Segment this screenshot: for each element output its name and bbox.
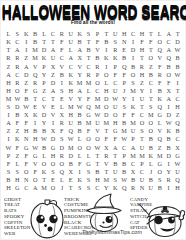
- grid-cell[interactable]: U: [111, 103, 120, 111]
- grid-cell[interactable]: F: [84, 95, 93, 103]
- grid-cell[interactable]: O: [75, 143, 84, 151]
- grid-cell[interactable]: W: [173, 160, 182, 168]
- grid-cell[interactable]: H: [13, 176, 22, 184]
- grid-cell[interactable]: U: [173, 168, 182, 176]
- grid-cell[interactable]: S: [13, 30, 22, 38]
- grid-cell[interactable]: V: [57, 62, 66, 70]
- grid-cell[interactable]: T: [40, 38, 49, 46]
- grid-cell[interactable]: D: [173, 38, 182, 46]
- grid-cell[interactable]: K: [4, 38, 13, 46]
- grid-cell[interactable]: O: [13, 87, 22, 95]
- grid-cell[interactable]: B: [31, 38, 40, 46]
- grid-cell[interactable]: B: [120, 54, 129, 62]
- grid-cell[interactable]: B: [93, 54, 102, 62]
- grid-cell[interactable]: H: [173, 103, 182, 111]
- grid-cell[interactable]: D: [164, 152, 173, 160]
- grid-cell[interactable]: O: [164, 71, 173, 79]
- grid-cell[interactable]: R: [155, 71, 164, 79]
- grid-cell[interactable]: F: [13, 143, 22, 151]
- grid-cell[interactable]: P: [93, 71, 102, 79]
- grid-cell[interactable]: E: [57, 95, 66, 103]
- grid-cell[interactable]: K: [111, 54, 120, 62]
- grid-cell[interactable]: X: [173, 143, 182, 151]
- grid-cell[interactable]: Y: [164, 168, 173, 176]
- grid-cell[interactable]: F: [31, 168, 40, 176]
- grid-cell[interactable]: T: [137, 135, 146, 143]
- grid-cell[interactable]: H: [120, 30, 129, 38]
- grid-cell[interactable]: V: [31, 62, 40, 70]
- grid-cell[interactable]: M: [137, 152, 146, 160]
- grid-cell[interactable]: K: [102, 54, 111, 62]
- grid-cell[interactable]: L: [84, 152, 93, 160]
- grid-cell[interactable]: E: [48, 176, 57, 184]
- grid-cell[interactable]: R: [31, 79, 40, 87]
- grid-cell[interactable]: C: [137, 168, 146, 176]
- grid-cell[interactable]: B: [93, 168, 102, 176]
- grid-cell[interactable]: G: [84, 160, 93, 168]
- grid-cell[interactable]: Q: [155, 103, 164, 111]
- grid-cell[interactable]: O: [22, 168, 31, 176]
- grid-cell[interactable]: F: [84, 127, 93, 135]
- grid-cell[interactable]: D: [48, 79, 57, 87]
- grid-cell[interactable]: M: [93, 103, 102, 111]
- grid-cell[interactable]: A: [4, 119, 13, 127]
- grid-cell[interactable]: B: [75, 119, 84, 127]
- grid-cell[interactable]: X: [22, 111, 31, 119]
- grid-cell[interactable]: H: [22, 127, 31, 135]
- grid-cell[interactable]: C: [146, 79, 155, 87]
- grid-cell[interactable]: S: [75, 184, 84, 192]
- grid-cell[interactable]: M: [146, 111, 155, 119]
- grid-cell[interactable]: T: [146, 46, 155, 54]
- grid-cell[interactable]: T: [173, 30, 182, 38]
- grid-cell[interactable]: Q: [84, 103, 93, 111]
- grid-cell[interactable]: Q: [173, 176, 182, 184]
- grid-cell[interactable]: O: [146, 119, 155, 127]
- grid-cell[interactable]: W: [66, 135, 75, 143]
- grid-cell[interactable]: C: [164, 38, 173, 46]
- grid-cell[interactable]: C: [40, 95, 49, 103]
- grid-cell[interactable]: W: [75, 103, 84, 111]
- grid-cell[interactable]: L: [75, 152, 84, 160]
- grid-cell[interactable]: I: [164, 103, 173, 111]
- grid-cell[interactable]: B: [164, 62, 173, 70]
- grid-cell[interactable]: C: [22, 184, 31, 192]
- grid-cell[interactable]: I: [102, 62, 111, 70]
- grid-cell[interactable]: M: [84, 119, 93, 127]
- grid-cell[interactable]: W: [111, 95, 120, 103]
- grid-cell[interactable]: T: [111, 152, 120, 160]
- grid-cell[interactable]: Z: [4, 62, 13, 70]
- grid-cell[interactable]: B: [164, 135, 173, 143]
- grid-cell[interactable]: F: [75, 160, 84, 168]
- grid-cell[interactable]: Z: [137, 79, 146, 87]
- grid-cell[interactable]: G: [48, 143, 57, 151]
- grid-cell[interactable]: R: [57, 119, 66, 127]
- grid-cell[interactable]: B: [146, 143, 155, 151]
- grid-cell[interactable]: C: [129, 160, 138, 168]
- grid-cell[interactable]: K: [75, 176, 84, 184]
- grid-cell[interactable]: B: [129, 176, 138, 184]
- grid-cell[interactable]: S: [84, 184, 93, 192]
- grid-cell[interactable]: T: [84, 54, 93, 62]
- grid-cell[interactable]: K: [13, 135, 22, 143]
- grid-cell[interactable]: V: [155, 127, 164, 135]
- grid-cell[interactable]: K: [31, 111, 40, 119]
- grid-cell[interactable]: A: [164, 30, 173, 38]
- grid-cell[interactable]: C: [57, 54, 66, 62]
- grid-cell[interactable]: Q: [57, 168, 66, 176]
- grid-cell[interactable]: P: [93, 30, 102, 38]
- grid-cell[interactable]: W: [173, 46, 182, 54]
- grid-cell[interactable]: M: [31, 46, 40, 54]
- grid-cell[interactable]: T: [48, 38, 57, 46]
- grid-cell[interactable]: M: [102, 119, 111, 127]
- grid-cell[interactable]: V: [155, 54, 164, 62]
- grid-cell[interactable]: A: [48, 46, 57, 54]
- grid-cell[interactable]: L: [84, 87, 93, 95]
- grid-cell[interactable]: W: [173, 71, 182, 79]
- grid-cell[interactable]: B: [13, 111, 22, 119]
- grid-cell[interactable]: G: [155, 111, 164, 119]
- grid-cell[interactable]: F: [146, 38, 155, 46]
- grid-cell[interactable]: H: [4, 184, 13, 192]
- grid-cell[interactable]: O: [137, 119, 146, 127]
- grid-cell[interactable]: K: [22, 30, 31, 38]
- grid-cell[interactable]: A: [4, 71, 13, 79]
- grid-cell[interactable]: B: [75, 111, 84, 119]
- grid-cell[interactable]: F: [111, 71, 120, 79]
- grid-cell[interactable]: Z: [13, 127, 22, 135]
- grid-cell[interactable]: L: [40, 152, 49, 160]
- grid-cell[interactable]: M: [75, 79, 84, 87]
- grid-cell[interactable]: F: [120, 71, 129, 79]
- grid-cell[interactable]: X: [48, 62, 57, 70]
- grid-cell[interactable]: H: [102, 87, 111, 95]
- grid-cell[interactable]: Q: [120, 184, 129, 192]
- grid-cell[interactable]: D: [66, 152, 75, 160]
- grid-cell[interactable]: B: [40, 127, 49, 135]
- grid-cell[interactable]: H: [137, 46, 146, 54]
- grid-cell[interactable]: C: [84, 62, 93, 70]
- grid-cell[interactable]: R: [13, 62, 22, 70]
- grid-cell[interactable]: O: [102, 71, 111, 79]
- grid-cell[interactable]: T: [146, 95, 155, 103]
- grid-cell[interactable]: Z: [48, 71, 57, 79]
- grid-cell[interactable]: G: [31, 152, 40, 160]
- grid-cell[interactable]: A: [129, 143, 138, 151]
- grid-cell[interactable]: L: [155, 119, 164, 127]
- grid-cell[interactable]: C: [173, 135, 182, 143]
- grid-cell[interactable]: E: [31, 103, 40, 111]
- grid-cell[interactable]: B: [146, 71, 155, 79]
- grid-cell[interactable]: A: [31, 184, 40, 192]
- grid-cell[interactable]: F: [120, 111, 129, 119]
- grid-cell[interactable]: F: [22, 160, 31, 168]
- grid-cell[interactable]: M: [66, 103, 75, 111]
- grid-cell[interactable]: N: [22, 176, 31, 184]
- grid-cell[interactable]: B: [164, 143, 173, 151]
- grid-cell[interactable]: I: [129, 54, 138, 62]
- grid-cell[interactable]: T: [40, 176, 49, 184]
- grid-cell[interactable]: O: [57, 160, 66, 168]
- grid-cell[interactable]: W: [13, 95, 22, 103]
- grid-cell[interactable]: P: [120, 79, 129, 87]
- grid-cell[interactable]: T: [84, 38, 93, 46]
- grid-cell[interactable]: B: [111, 160, 120, 168]
- grid-cell[interactable]: L: [102, 79, 111, 87]
- grid-cell[interactable]: M: [129, 87, 138, 95]
- grid-cell[interactable]: A: [111, 143, 120, 151]
- grid-cell[interactable]: M: [155, 152, 164, 160]
- grid-cell[interactable]: P: [129, 135, 138, 143]
- grid-cell[interactable]: G: [111, 127, 120, 135]
- grid-cell[interactable]: S: [57, 135, 66, 143]
- grid-cell[interactable]: T: [93, 160, 102, 168]
- grid-cell[interactable]: V: [93, 127, 102, 135]
- grid-cell[interactable]: I: [146, 87, 155, 95]
- grid-cell[interactable]: W: [93, 111, 102, 119]
- grid-cell[interactable]: B: [120, 119, 129, 127]
- grid-cell[interactable]: I: [102, 46, 111, 54]
- grid-cell[interactable]: V: [102, 160, 111, 168]
- grid-cell[interactable]: O: [84, 135, 93, 143]
- grid-cell[interactable]: C: [120, 143, 129, 151]
- grid-cell[interactable]: S: [84, 30, 93, 38]
- grid-cell[interactable]: D: [102, 95, 111, 103]
- grid-cell[interactable]: S: [137, 127, 146, 135]
- grid-cell[interactable]: C: [129, 30, 138, 38]
- grid-cell[interactable]: H: [137, 71, 146, 79]
- grid-cell[interactable]: O: [155, 38, 164, 46]
- grid-cell[interactable]: I: [4, 111, 13, 119]
- grid-cell[interactable]: I: [129, 95, 138, 103]
- grid-cell[interactable]: T: [66, 184, 75, 192]
- grid-cell[interactable]: L: [4, 30, 13, 38]
- grid-cell[interactable]: S: [146, 103, 155, 111]
- grid-cell[interactable]: I: [129, 38, 138, 46]
- grid-cell[interactable]: S: [13, 168, 22, 176]
- grid-cell[interactable]: H: [4, 79, 13, 87]
- grid-cell[interactable]: F: [137, 38, 146, 46]
- grid-cell[interactable]: M: [31, 54, 40, 62]
- grid-cell[interactable]: F: [164, 79, 173, 87]
- grid-cell[interactable]: O: [129, 71, 138, 79]
- grid-cell[interactable]: W: [31, 143, 40, 151]
- grid-cell[interactable]: F: [13, 119, 22, 127]
- grid-cell[interactable]: S: [4, 168, 13, 176]
- grid-cell[interactable]: P: [40, 79, 49, 87]
- grid-cell[interactable]: O: [48, 160, 57, 168]
- grid-cell[interactable]: H: [66, 111, 75, 119]
- grid-cell[interactable]: S: [4, 103, 13, 111]
- grid-cell[interactable]: C: [13, 71, 22, 79]
- grid-cell[interactable]: G: [13, 184, 22, 192]
- grid-cell[interactable]: U: [48, 54, 57, 62]
- grid-cell[interactable]: Q: [120, 62, 129, 70]
- grid-cell[interactable]: A: [13, 46, 22, 54]
- grid-cell[interactable]: B: [102, 38, 111, 46]
- grid-cell[interactable]: A: [75, 87, 84, 95]
- grid-cell[interactable]: L: [146, 160, 155, 168]
- grid-cell[interactable]: H: [111, 119, 120, 127]
- grid-cell[interactable]: R: [84, 71, 93, 79]
- grid-cell[interactable]: C: [111, 79, 120, 87]
- grid-cell[interactable]: C: [66, 62, 75, 70]
- grid-cell[interactable]: K: [75, 30, 84, 38]
- grid-cell[interactable]: X: [66, 168, 75, 176]
- grid-cell[interactable]: B: [146, 176, 155, 184]
- grid-cell[interactable]: Y: [102, 184, 111, 192]
- grid-cell[interactable]: A: [75, 46, 84, 54]
- grid-cell[interactable]: X: [164, 87, 173, 95]
- grid-cell[interactable]: L: [66, 46, 75, 54]
- grid-cell[interactable]: F: [155, 62, 164, 70]
- grid-cell[interactable]: O: [102, 103, 111, 111]
- grid-cell[interactable]: Y: [120, 95, 129, 103]
- grid-cell[interactable]: D: [40, 46, 49, 54]
- grid-cell[interactable]: W: [93, 143, 102, 151]
- grid-cell[interactable]: G: [22, 143, 31, 151]
- grid-cell[interactable]: I: [75, 168, 84, 176]
- grid-cell[interactable]: B: [173, 62, 182, 70]
- grid-cell[interactable]: O: [84, 143, 93, 151]
- grid-cell[interactable]: C: [137, 111, 146, 119]
- grid-cell[interactable]: B: [31, 30, 40, 38]
- grid-cell[interactable]: L: [57, 103, 66, 111]
- grid-cell[interactable]: M: [102, 176, 111, 184]
- grid-cell[interactable]: P: [40, 62, 49, 70]
- grid-cell[interactable]: Y: [75, 95, 84, 103]
- grid-cell[interactable]: O: [31, 176, 40, 184]
- grid-cell[interactable]: T: [137, 54, 146, 62]
- grid-cell[interactable]: Z: [22, 79, 31, 87]
- grid-cell[interactable]: Y: [40, 71, 49, 79]
- grid-cell[interactable]: M: [66, 143, 75, 151]
- grid-cell[interactable]: T: [31, 95, 40, 103]
- grid-cell[interactable]: D: [129, 46, 138, 54]
- grid-cell[interactable]: R: [102, 152, 111, 160]
- grid-cell[interactable]: U: [129, 127, 138, 135]
- grid-cell[interactable]: R: [164, 176, 173, 184]
- grid-cell[interactable]: Z: [146, 62, 155, 70]
- grid-cell[interactable]: S: [111, 38, 120, 46]
- grid-cell[interactable]: A: [164, 46, 173, 54]
- grid-cell[interactable]: I: [57, 79, 66, 87]
- grid-cell[interactable]: V: [66, 95, 75, 103]
- grid-cell[interactable]: T: [102, 30, 111, 38]
- grid-cell[interactable]: T: [173, 87, 182, 95]
- grid-cell[interactable]: U: [137, 176, 146, 184]
- grid-cell[interactable]: R: [57, 152, 66, 160]
- grid-cell[interactable]: L: [155, 30, 164, 38]
- grid-cell[interactable]: D: [22, 71, 31, 79]
- grid-cell[interactable]: T: [102, 127, 111, 135]
- grid-cell[interactable]: B: [31, 127, 40, 135]
- grid-cell[interactable]: Q: [155, 46, 164, 54]
- grid-cell[interactable]: C: [173, 95, 182, 103]
- grid-cell[interactable]: G: [84, 111, 93, 119]
- grid-cell[interactable]: O: [93, 79, 102, 87]
- grid-cell[interactable]: F: [57, 127, 66, 135]
- grid-cell[interactable]: Q: [155, 135, 164, 143]
- grid-cell[interactable]: A: [66, 54, 75, 62]
- grid-cell[interactable]: L: [57, 176, 66, 184]
- grid-cell[interactable]: O: [40, 160, 49, 168]
- grid-cell[interactable]: S: [155, 176, 164, 184]
- grid-cell[interactable]: R: [4, 54, 13, 62]
- grid-cell[interactable]: H: [4, 87, 13, 95]
- grid-cell[interactable]: F: [93, 38, 102, 46]
- grid-cell[interactable]: F: [57, 38, 66, 46]
- grid-cell[interactable]: B: [66, 160, 75, 168]
- grid-cell[interactable]: W: [40, 135, 49, 143]
- grid-cell[interactable]: B: [75, 127, 84, 135]
- grid-cell[interactable]: I: [173, 79, 182, 87]
- grid-cell[interactable]: I: [164, 160, 173, 168]
- grid-cell[interactable]: Q: [164, 54, 173, 62]
- grid-cell[interactable]: U: [137, 143, 146, 151]
- grid-cell[interactable]: Q: [66, 127, 75, 135]
- grid-cell[interactable]: H: [48, 152, 57, 160]
- grid-cell[interactable]: O: [111, 111, 120, 119]
- grid-cell[interactable]: J: [146, 168, 155, 176]
- grid-cell[interactable]: T: [146, 30, 155, 38]
- grid-cell[interactable]: I: [22, 46, 31, 54]
- grid-cell[interactable]: F: [22, 119, 31, 127]
- grid-cell[interactable]: M: [120, 127, 129, 135]
- grid-cell[interactable]: T: [93, 152, 102, 160]
- grid-cell[interactable]: I: [48, 119, 57, 127]
- grid-cell[interactable]: T: [4, 46, 13, 54]
- grid-cell[interactable]: D: [48, 135, 57, 143]
- grid-cell[interactable]: E: [66, 176, 75, 184]
- grid-cell[interactable]: S: [84, 176, 93, 184]
- grid-cell[interactable]: K: [164, 127, 173, 135]
- grid-cell[interactable]: X: [102, 143, 111, 151]
- grid-cell[interactable]: S: [57, 87, 66, 95]
- grid-cell[interactable]: Z: [22, 54, 31, 62]
- grid-cell[interactable]: X: [48, 127, 57, 135]
- grid-cell[interactable]: Y: [40, 119, 49, 127]
- grid-cell[interactable]: L: [13, 160, 22, 168]
- grid-cell[interactable]: F: [22, 152, 31, 160]
- grid-cell[interactable]: R: [57, 30, 66, 38]
- grid-cell[interactable]: X: [75, 54, 84, 62]
- grid-cell[interactable]: N: [22, 135, 31, 143]
- grid-cell[interactable]: H: [31, 135, 40, 143]
- grid-cell[interactable]: C: [93, 184, 102, 192]
- grid-cell[interactable]: F: [129, 111, 138, 119]
- grid-cell[interactable]: M: [93, 95, 102, 103]
- grid-cell[interactable]: R: [93, 62, 102, 70]
- grid-cell[interactable]: R: [13, 54, 22, 62]
- grid-cell[interactable]: M: [84, 79, 93, 87]
- grid-cell[interactable]: B: [120, 160, 129, 168]
- grid-cell[interactable]: Q: [31, 71, 40, 79]
- grid-cell[interactable]: A: [164, 95, 173, 103]
- grid-cell[interactable]: M: [129, 152, 138, 160]
- grid-cell[interactable]: O: [48, 184, 57, 192]
- grid-cell[interactable]: B: [120, 168, 129, 176]
- grid-cell[interactable]: U: [66, 38, 75, 46]
- grid-cell[interactable]: B: [40, 143, 49, 151]
- grid-cell[interactable]: O: [146, 127, 155, 135]
- grid-cell[interactable]: U: [111, 87, 120, 95]
- grid-cell[interactable]: P: [120, 152, 129, 160]
- grid-cell[interactable]: S: [129, 79, 138, 87]
- grid-cell[interactable]: X: [57, 111, 66, 119]
